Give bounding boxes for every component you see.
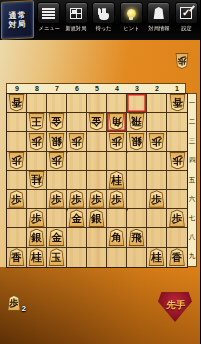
board-cell-2-4[interactable]	[147, 152, 167, 171]
board-cell-8-5[interactable]: 桂	[27, 171, 47, 190]
piece-kanji: 金	[51, 233, 62, 244]
piece-kanji: 歩	[31, 214, 42, 225]
piece-kanji: 歩	[11, 154, 22, 165]
mode-badge-line2: 対局	[9, 20, 27, 30]
settings-button[interactable]: ✓ 設定	[173, 0, 201, 40]
board-cell-5-9[interactable]	[87, 248, 107, 267]
shogi-piece-gote: 歩	[148, 133, 165, 151]
shogi-piece-gote: 歩	[8, 152, 25, 170]
board-cell-2-9[interactable]: 桂	[147, 248, 167, 267]
board-cell-5-5[interactable]	[87, 171, 107, 190]
shogi-piece-gote: 歩	[68, 133, 85, 151]
board-cell-4-2[interactable]: 角	[107, 113, 127, 132]
board-cell-7-7[interactable]	[47, 209, 67, 228]
board-cell-7-2[interactable]: 金	[47, 113, 67, 132]
piece-kanji: 歩	[51, 154, 62, 165]
shogi-piece-sente: 歩	[68, 190, 85, 208]
board-cell-4-1[interactable]	[107, 94, 127, 113]
board-cell-3-1[interactable]	[127, 94, 147, 113]
board-cell-9-7[interactable]	[7, 209, 27, 228]
board-cell-4-3[interactable]: 歩	[107, 132, 127, 151]
board-cell-4-4[interactable]	[107, 152, 127, 171]
hint-bulb-icon	[127, 9, 136, 18]
board-cell-1-2[interactable]	[167, 113, 187, 132]
piece-kanji: 飛	[131, 233, 142, 244]
shogi-piece-gote: 銀	[48, 133, 65, 151]
board-cell-5-2[interactable]: 金	[87, 113, 107, 132]
board-cell-8-9[interactable]: 桂	[27, 248, 47, 267]
board-cell-8-6[interactable]	[27, 190, 47, 209]
board-cell-9-5[interactable]	[7, 171, 27, 190]
piece-kanji: 歩	[111, 195, 122, 206]
piece-kanji: 歩	[151, 195, 162, 206]
shogi-piece-sente: 銀	[88, 209, 105, 227]
board-cell-1-5[interactable]	[167, 171, 187, 190]
shogi-piece-gote: 香	[8, 94, 25, 112]
board-cell-4-5[interactable]: 桂	[107, 171, 127, 190]
shogi-piece-sente: 玉	[48, 248, 65, 266]
rank-label: 三	[188, 132, 196, 151]
file-label-6: 6	[67, 84, 87, 93]
shogi-piece-sente: 桂	[108, 171, 125, 189]
board-cell-2-6[interactable]: 歩	[147, 190, 167, 209]
toolbar: 通常 対局 メニュー 新規対局 待った ヒント 対局情報 ✓ 設定	[0, 0, 200, 40]
shogi-piece-gote: 歩	[28, 133, 45, 151]
shogi-piece-sente: 歩	[8, 190, 25, 208]
file-label-4: 4	[107, 84, 127, 93]
rank-label: 五	[188, 171, 196, 190]
board-cell-6-3[interactable]: 歩	[67, 132, 87, 151]
piece-kanji: 角	[111, 116, 122, 127]
piece-kanji: 歩	[151, 135, 162, 146]
board-cell-7-5[interactable]	[47, 171, 67, 190]
shogi-piece-sente: 香	[8, 248, 25, 266]
piece-kanji: 桂	[111, 176, 122, 187]
board-cell-7-6[interactable]: 歩	[47, 190, 67, 209]
shogi-piece-sente: 桂	[28, 248, 45, 266]
piece-kanji: 歩	[31, 135, 42, 146]
piece-kanji: 銀	[91, 214, 102, 225]
board-cell-9-2[interactable]	[7, 113, 27, 132]
piece-kanji: 香	[172, 97, 183, 108]
board-cell-7-8[interactable]: 金	[47, 228, 67, 247]
board-cell-7-4[interactable]: 歩	[47, 152, 67, 171]
board-cell-6-7[interactable]: 金	[67, 209, 87, 228]
piece-kanji: 桂	[31, 253, 42, 264]
new-game-board-icon	[70, 8, 82, 19]
board-cell-8-1[interactable]	[27, 94, 47, 113]
piece-kanji: 香	[11, 253, 22, 264]
piece-kanji: 歩	[91, 195, 102, 206]
board-cell-2-7[interactable]	[147, 209, 167, 228]
piece-kanji: 歩	[9, 299, 19, 309]
board-cell-6-5[interactable]	[67, 171, 87, 190]
board-cell-2-2[interactable]	[147, 113, 167, 132]
shogi-piece-sente: 歩	[28, 209, 45, 227]
piece-kanji: 桂	[151, 253, 162, 264]
board-cell-8-2[interactable]: 王	[27, 113, 47, 132]
piece-kanji: 王	[31, 116, 42, 127]
hint-button-label: ヒント	[123, 25, 139, 32]
shogi-piece-sente: 桂	[148, 248, 165, 266]
shogi-piece-sente: 香	[169, 248, 186, 266]
shogi-piece-gote: 香	[169, 94, 186, 112]
board-cell-3-7[interactable]	[127, 209, 147, 228]
piece-kanji: 金	[91, 116, 102, 127]
mode-badge-normal-game: 通常 対局	[1, 0, 34, 40]
board-cell-3-8[interactable]: 飛	[127, 228, 147, 247]
file-coordinates: 987654321	[6, 83, 186, 93]
file-label-3: 3	[127, 84, 147, 93]
piece-kanji: 銀	[51, 135, 62, 146]
piece-kanji: 金	[51, 116, 62, 127]
shogi-piece-sente: 歩	[169, 209, 186, 227]
shogi-piece-sente: 金	[68, 209, 85, 227]
board-cell-1-6[interactable]	[167, 190, 187, 209]
undo-hand-icon	[98, 7, 110, 20]
hint-button[interactable]: ヒント	[118, 0, 146, 40]
board-cell-9-4[interactable]: 歩	[7, 152, 27, 171]
piece-kanji: 歩	[172, 154, 183, 165]
file-label-9: 9	[7, 84, 27, 93]
file-label-7: 7	[47, 84, 67, 93]
board-cell-3-3[interactable]: 銀	[127, 132, 147, 151]
shogi-board: 987654321 香香王金金角飛歩銀歩歩銀歩歩歩歩桂桂歩歩歩歩歩歩歩金銀歩銀金…	[6, 83, 197, 268]
shogi-piece-gote: 角	[108, 113, 125, 131]
board-cell-1-1[interactable]: 香	[167, 94, 187, 113]
shogi-piece-gote: 飛	[128, 113, 145, 131]
file-label-5: 5	[87, 84, 107, 93]
shogi-piece-gote: 歩	[108, 133, 125, 151]
piece-kanji: 角	[111, 233, 122, 244]
turn-badge-label: 先手	[165, 299, 185, 312]
file-label-1: 1	[167, 84, 187, 93]
shogi-piece-sente-pawn: 歩	[7, 295, 21, 311]
piece-kanji: 飛	[131, 116, 142, 127]
board-cell-5-1[interactable]	[87, 94, 107, 113]
rank-label: 九	[188, 247, 196, 266]
board-cell-4-7[interactable]	[107, 209, 127, 228]
board-cell-9-1[interactable]: 香	[7, 94, 27, 113]
shogi-piece-sente: 歩	[48, 190, 65, 208]
shogi-piece-sente: 歩	[88, 190, 105, 208]
sente-hand-pawn[interactable]: 歩 2	[7, 295, 21, 311]
board-cell-8-3[interactable]: 歩	[27, 132, 47, 151]
board-cell-2-5[interactable]	[147, 171, 167, 190]
board-cell-1-7[interactable]: 歩	[167, 209, 187, 228]
rank-coordinates: 一二三四五六七八九	[188, 93, 197, 267]
rank-label: 七	[188, 209, 196, 228]
rank-label: 四	[188, 151, 196, 170]
board-cell-2-1[interactable]	[147, 94, 167, 113]
board-cell-9-8[interactable]	[7, 228, 27, 247]
file-label-8: 8	[27, 84, 47, 93]
piece-kanji: 歩	[11, 195, 22, 206]
board-grid: 香香王金金角飛歩銀歩歩銀歩歩歩歩桂桂歩歩歩歩歩歩歩金銀歩銀金角飛香桂玉桂香	[6, 93, 188, 268]
board-cell-8-8[interactable]: 銀	[27, 228, 47, 247]
board-cell-1-8[interactable]	[167, 228, 187, 247]
board-cell-3-4[interactable]	[127, 152, 147, 171]
new-game-button-label: 新規対局	[66, 25, 87, 32]
shogi-piece-gote: 歩	[169, 152, 186, 170]
board-cell-3-9[interactable]	[127, 248, 147, 267]
piece-kanji: 歩	[111, 135, 122, 146]
board-cell-3-6[interactable]	[127, 190, 147, 209]
shogi-piece-gote: 王	[28, 113, 45, 131]
board-cell-7-1[interactable]	[47, 94, 67, 113]
menu-icon	[42, 8, 55, 19]
shogi-piece-sente: 歩	[148, 190, 165, 208]
board-cell-6-1[interactable]	[67, 94, 87, 113]
board-cell-8-4[interactable]	[27, 152, 47, 171]
rank-label: 六	[188, 190, 196, 209]
board-cell-6-2[interactable]	[67, 113, 87, 132]
file-label-2: 2	[147, 84, 167, 93]
board-cell-5-4[interactable]	[87, 152, 107, 171]
piece-kanji: 銀	[31, 233, 42, 244]
piece-kanji: 桂	[31, 174, 42, 185]
shogi-piece-gote: 金	[88, 113, 105, 131]
board-cell-9-3[interactable]	[7, 132, 27, 151]
board-cell-1-3[interactable]	[167, 132, 187, 151]
board-cell-4-8[interactable]: 角	[107, 228, 127, 247]
rank-label: 二	[188, 113, 196, 132]
shogi-piece-gote-pawn: 歩	[175, 53, 189, 69]
gote-hand-pawn[interactable]: 歩	[175, 53, 189, 69]
piece-kanji: 銀	[131, 135, 142, 146]
board-cell-1-9[interactable]: 香	[167, 248, 187, 267]
piece-kanji: 歩	[71, 135, 82, 146]
piece-kanji: 金	[71, 214, 82, 225]
menu-button[interactable]: メニュー	[35, 0, 63, 40]
board-cell-8-7[interactable]: 歩	[27, 209, 47, 228]
piece-kanji: 香	[172, 253, 183, 264]
piece-kanji: 香	[11, 97, 22, 108]
piece-kanji: 玉	[51, 253, 62, 264]
board-cell-2-3[interactable]: 歩	[147, 132, 167, 151]
board-cell-7-9[interactable]: 玉	[47, 248, 67, 267]
shogi-piece-gote: 歩	[48, 152, 65, 170]
menu-button-label: メニュー	[38, 25, 59, 32]
undo-button[interactable]: 待った	[90, 0, 118, 40]
shogi-piece-sente: 金	[48, 229, 65, 247]
shogi-piece-sente: 角	[108, 229, 125, 247]
play-field: 歩 987654321 香香王金金角飛歩銀歩歩銀歩歩歩歩桂桂歩歩歩歩歩歩歩金銀歩…	[0, 40, 200, 344]
board-cell-5-6[interactable]: 歩	[87, 190, 107, 209]
board-cell-9-9[interactable]: 香	[7, 248, 27, 267]
board-cell-3-5[interactable]	[127, 171, 147, 190]
game-info-button-label: 対局情報	[148, 25, 169, 32]
piece-kanji: 歩	[172, 214, 183, 225]
board-cell-9-6[interactable]: 歩	[7, 190, 27, 209]
board-cell-6-6[interactable]: 歩	[67, 190, 87, 209]
piece-kanji: 歩	[51, 195, 62, 206]
game-info-button[interactable]: 対局情報	[145, 0, 173, 40]
rank-label: 一	[188, 94, 196, 113]
board-cell-4-9[interactable]	[107, 248, 127, 267]
sente-hand-pawn-count: 2	[22, 304, 26, 313]
piece-kanji: 歩	[71, 195, 82, 206]
board-cell-5-7[interactable]: 銀	[87, 209, 107, 228]
shogi-piece-gote: 金	[48, 113, 65, 131]
board-cell-3-2[interactable]: 飛	[127, 113, 147, 132]
board-cell-6-8[interactable]	[67, 228, 87, 247]
app-window: 通常 対局 メニュー 新規対局 待った ヒント 対局情報 ✓ 設定	[0, 0, 200, 344]
shogi-piece-gote: 桂	[28, 171, 45, 189]
board-cell-7-3[interactable]: 銀	[47, 132, 67, 151]
board-cell-1-4[interactable]: 歩	[167, 152, 187, 171]
game-info-piece-icon	[153, 7, 164, 19]
shogi-piece-sente: 銀	[28, 229, 45, 247]
settings-button-label: 設定	[181, 25, 191, 32]
settings-checkbox-icon: ✓	[180, 7, 192, 19]
new-game-button[interactable]: 新規対局	[63, 0, 91, 40]
rank-label: 八	[188, 228, 196, 247]
shogi-piece-gote: 銀	[128, 133, 145, 151]
piece-kanji: 歩	[177, 55, 187, 65]
board-cell-5-8[interactable]	[87, 228, 107, 247]
board-cell-6-4[interactable]	[67, 152, 87, 171]
board-cell-2-8[interactable]	[147, 228, 167, 247]
board-cell-4-6[interactable]: 歩	[107, 190, 127, 209]
shogi-piece-sente: 飛	[128, 229, 145, 247]
undo-button-label: 待った	[96, 25, 112, 32]
shogi-piece-sente: 歩	[108, 190, 125, 208]
board-cell-5-3[interactable]	[87, 132, 107, 151]
board-cell-6-9[interactable]	[67, 248, 87, 267]
